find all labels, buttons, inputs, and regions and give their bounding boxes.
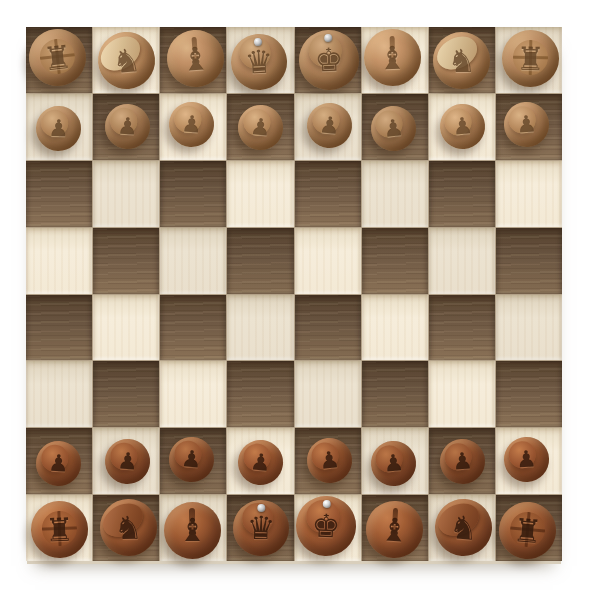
piece-black-pawn-a7[interactable]: ♟ xyxy=(35,106,82,153)
pawn-glyph: ♟ xyxy=(382,451,405,476)
rook-glyph: ♜ xyxy=(516,43,545,75)
pawn-glyph: ♟ xyxy=(452,449,474,473)
piece-black-pawn-g7[interactable]: ♟ xyxy=(438,102,487,151)
square-d1[interactable]: ♛ xyxy=(227,495,293,561)
piece-black-queen-d8[interactable]: ♛ xyxy=(230,33,289,92)
square-c8[interactable]: ♝ xyxy=(160,27,226,93)
square-h2[interactable]: ♟ xyxy=(496,428,562,494)
pawn-glyph: ♟ xyxy=(516,113,538,137)
piece-black-pawn-b7[interactable]: ♟ xyxy=(104,103,151,150)
piece-white-pawn-e2[interactable]: ♟ xyxy=(305,435,354,484)
king-glyph: ♚ xyxy=(314,43,344,76)
knight-glyph: ♞ xyxy=(114,511,143,543)
square-e5[interactable] xyxy=(295,228,361,294)
square-e7[interactable]: ♟ xyxy=(295,94,361,160)
square-e3[interactable] xyxy=(295,361,361,427)
square-h5[interactable] xyxy=(496,228,562,294)
pawn-glyph: ♟ xyxy=(116,115,138,139)
square-c6[interactable] xyxy=(160,161,226,227)
piece-white-knight-g1[interactable]: ♞ xyxy=(433,497,494,558)
piece-black-pawn-h7[interactable]: ♟ xyxy=(503,101,551,149)
square-c4[interactable] xyxy=(160,295,226,361)
square-g6[interactable] xyxy=(429,161,495,227)
square-d5[interactable] xyxy=(227,228,293,294)
knight-glyph: ♞ xyxy=(447,45,476,77)
square-f5[interactable] xyxy=(362,228,428,294)
square-b3[interactable] xyxy=(93,361,159,427)
square-a5[interactable] xyxy=(26,228,92,294)
knight-glyph: ♞ xyxy=(448,510,479,544)
piece-white-queen-d1[interactable]: ♛ xyxy=(233,500,290,557)
board-slab: ♜♞♝♛♚♝♞♜♟♟♟♟♟♟♟♟♟♟♟♟♟♟♟♟♜♞♝♛♚♝♞♜ xyxy=(26,27,562,561)
square-e8[interactable]: ♚ xyxy=(295,27,361,93)
piece-white-pawn-h2[interactable]: ♟ xyxy=(503,436,550,483)
queen-glyph: ♛ xyxy=(247,512,276,544)
square-f7[interactable]: ♟ xyxy=(362,94,428,160)
square-b4[interactable] xyxy=(93,295,159,361)
rook-glyph: ♜ xyxy=(512,513,543,547)
piece-black-knight-b8[interactable]: ♞ xyxy=(95,30,157,92)
square-g5[interactable] xyxy=(429,228,495,294)
piece-black-knight-g8[interactable]: ♞ xyxy=(433,32,490,89)
piece-white-pawn-a2[interactable]: ♟ xyxy=(34,440,81,487)
square-a3[interactable] xyxy=(26,361,92,427)
pawn-glyph: ♟ xyxy=(47,117,68,141)
rook-glyph: ♜ xyxy=(44,513,74,546)
square-b1[interactable]: ♞ xyxy=(93,495,159,561)
square-g3[interactable] xyxy=(429,361,495,427)
square-c3[interactable] xyxy=(160,361,226,427)
square-d3[interactable] xyxy=(227,361,293,427)
square-b7[interactable]: ♟ xyxy=(93,94,159,160)
piece-black-king-e8[interactable]: ♚ xyxy=(298,29,360,91)
piece-white-pawn-g2[interactable]: ♟ xyxy=(439,437,487,485)
square-h7[interactable]: ♟ xyxy=(496,94,562,160)
pawn-glyph: ♟ xyxy=(180,113,202,137)
square-a8[interactable]: ♜ xyxy=(26,27,92,93)
pawn-glyph: ♟ xyxy=(318,448,341,473)
square-f8[interactable]: ♝ xyxy=(362,27,428,93)
bishop-glyph: ♝ xyxy=(178,514,207,546)
square-f2[interactable]: ♟ xyxy=(362,428,428,494)
square-b8[interactable]: ♞ xyxy=(93,27,159,93)
square-e4[interactable] xyxy=(295,295,361,361)
square-h6[interactable] xyxy=(496,161,562,227)
square-d2[interactable]: ♟ xyxy=(227,428,293,494)
square-d4[interactable] xyxy=(227,295,293,361)
square-h8[interactable]: ♜ xyxy=(496,27,562,93)
piece-black-pawn-d7[interactable]: ♟ xyxy=(236,103,285,152)
piece-white-pawn-c2[interactable]: ♟ xyxy=(167,435,216,484)
piece-black-rook-a8[interactable]: ♜ xyxy=(26,27,89,90)
square-a6[interactable] xyxy=(26,161,92,227)
square-f6[interactable] xyxy=(362,161,428,227)
square-h1[interactable]: ♜ xyxy=(496,495,562,561)
square-f1[interactable]: ♝ xyxy=(362,495,428,561)
piece-white-knight-b1[interactable]: ♞ xyxy=(99,498,157,556)
square-a1[interactable]: ♜ xyxy=(26,495,92,561)
square-a4[interactable] xyxy=(26,295,92,361)
square-a7[interactable]: ♟ xyxy=(26,94,92,160)
piece-white-rook-h1[interactable]: ♜ xyxy=(497,499,559,561)
square-b6[interactable] xyxy=(93,161,159,227)
piece-black-bishop-c8[interactable]: ♝ xyxy=(165,29,226,90)
square-e2[interactable]: ♟ xyxy=(295,428,361,494)
scene: ♜♞♝♛♚♝♞♜♟♟♟♟♟♟♟♟♟♟♟♟♟♟♟♟♜♞♝♛♚♝♞♜ xyxy=(0,0,597,596)
pawn-glyph: ♟ xyxy=(249,115,272,140)
pawn-glyph: ♟ xyxy=(180,447,203,472)
square-g8[interactable]: ♞ xyxy=(429,27,495,93)
square-d8[interactable]: ♛ xyxy=(227,27,293,93)
piece-white-pawn-b2[interactable]: ♟ xyxy=(103,437,151,485)
square-e1[interactable]: ♚ xyxy=(295,495,361,561)
square-d7[interactable]: ♟ xyxy=(227,94,293,160)
square-h4[interactable] xyxy=(496,295,562,361)
knight-glyph: ♞ xyxy=(111,44,142,78)
pawn-glyph: ♟ xyxy=(318,113,341,138)
square-g1[interactable]: ♞ xyxy=(429,495,495,561)
pawn-glyph: ♟ xyxy=(382,116,405,141)
square-c2[interactable]: ♟ xyxy=(160,428,226,494)
bishop-glyph: ♝ xyxy=(180,42,211,76)
square-f3[interactable] xyxy=(362,361,428,427)
pawn-glyph: ♟ xyxy=(116,449,138,473)
piece-black-pawn-c7[interactable]: ♟ xyxy=(167,101,215,149)
square-a2[interactable]: ♟ xyxy=(26,428,92,494)
bishop-glyph: ♝ xyxy=(378,42,407,74)
queen-glyph: ♛ xyxy=(244,45,274,78)
pawn-glyph: ♟ xyxy=(249,450,272,475)
rook-glyph: ♜ xyxy=(41,41,73,76)
square-b2[interactable]: ♟ xyxy=(93,428,159,494)
pawn-glyph: ♟ xyxy=(516,447,538,471)
chess-board: ♜♞♝♛♚♝♞♜♟♟♟♟♟♟♟♟♟♟♟♟♟♟♟♟♜♞♝♛♚♝♞♜ xyxy=(26,27,562,561)
king-glyph: ♚ xyxy=(311,510,341,543)
square-c5[interactable] xyxy=(160,228,226,294)
piece-white-bishop-c1[interactable]: ♝ xyxy=(164,502,221,559)
square-b5[interactable] xyxy=(93,228,159,294)
square-f4[interactable] xyxy=(362,295,428,361)
piece-black-pawn-f7[interactable]: ♟ xyxy=(369,104,418,153)
square-h3[interactable] xyxy=(496,361,562,427)
square-c1[interactable]: ♝ xyxy=(160,495,226,561)
piece-black-bishop-f8[interactable]: ♝ xyxy=(364,29,422,87)
pawn-glyph: ♟ xyxy=(452,114,475,139)
piece-white-rook-a1[interactable]: ♜ xyxy=(30,500,89,559)
square-g2[interactable]: ♟ xyxy=(429,428,495,494)
piece-black-rook-h8[interactable]: ♜ xyxy=(502,30,560,88)
square-g4[interactable] xyxy=(429,295,495,361)
square-d6[interactable] xyxy=(227,161,293,227)
square-c7[interactable]: ♟ xyxy=(160,94,226,160)
piece-white-pawn-d2[interactable]: ♟ xyxy=(236,437,285,486)
square-g7[interactable]: ♟ xyxy=(429,94,495,160)
pawn-glyph: ♟ xyxy=(47,451,69,475)
square-e6[interactable] xyxy=(295,161,361,227)
piece-white-pawn-f2[interactable]: ♟ xyxy=(369,439,418,488)
piece-white-king-e1[interactable]: ♚ xyxy=(295,495,357,557)
piece-black-pawn-e7[interactable]: ♟ xyxy=(305,101,354,150)
bishop-glyph: ♝ xyxy=(380,512,410,545)
piece-white-bishop-f1[interactable]: ♝ xyxy=(365,499,425,559)
